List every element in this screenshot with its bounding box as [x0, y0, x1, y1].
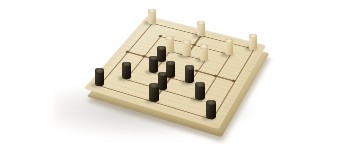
peg-light-e5[interactable]	[200, 46, 209, 61]
peg-dark-c4[interactable]	[157, 47, 166, 62]
peg-dark-c3[interactable]	[149, 57, 158, 73]
peg-top-face	[148, 9, 156, 13]
peg-top-face	[166, 61, 175, 66]
peg-dark-f2[interactable]	[195, 84, 205, 101]
peg-dark-d1[interactable]	[149, 85, 159, 102]
peg-top-face	[249, 34, 257, 38]
peg-top-face	[95, 68, 104, 73]
peg-dark-d2[interactable]	[158, 73, 167, 89]
peg-top-face	[149, 83, 159, 88]
peg-light-d7[interactable]	[197, 22, 205, 36]
board-photo	[0, 0, 344, 165]
peg-top-face	[225, 39, 233, 43]
peg-light-g7[interactable]	[249, 35, 257, 50]
peg-top-face	[182, 40, 190, 44]
peg-top-face	[195, 82, 205, 87]
peg-top-face	[149, 56, 158, 61]
peg-top-face	[157, 46, 166, 50]
peg-dark-e3[interactable]	[185, 67, 194, 83]
peg-top-face	[197, 21, 205, 25]
peg-dark-d3[interactable]	[166, 62, 175, 78]
peg-top-face	[185, 65, 194, 70]
peg-light-f6[interactable]	[225, 40, 233, 55]
peg-dark-b2[interactable]	[122, 63, 131, 79]
peg-light-a7[interactable]	[148, 11, 156, 24]
peg-dark-a1[interactable]	[95, 69, 104, 85]
peg-top-face	[206, 100, 216, 105]
peg-light-c5[interactable]	[165, 37, 173, 52]
peg-dark-g1[interactable]	[206, 101, 216, 119]
peg-top-face	[158, 72, 167, 77]
peg-light-d5[interactable]	[182, 41, 190, 56]
peg-top-face	[122, 62, 131, 67]
peg-top-face	[200, 44, 209, 48]
peg-top-face	[165, 36, 173, 40]
